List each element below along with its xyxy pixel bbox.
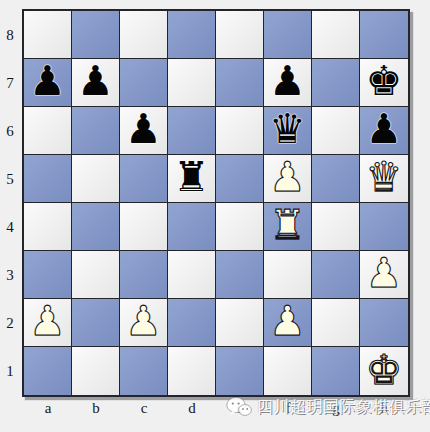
square-a3 [24, 251, 72, 299]
rank-label-4: 4 [0, 203, 20, 251]
white-pawn-piece: ♟ [125, 301, 162, 342]
chess-diagram: 87654321 ♟♟♟♚♟♛♟♜♟♛♜♟♟♟♟♚ abcdefgh 四川超玥国… [0, 0, 430, 432]
square-a4 [24, 203, 72, 251]
square-a2: ♟ [24, 299, 72, 347]
square-d3 [168, 251, 216, 299]
square-f2: ♟ [264, 299, 312, 347]
square-a5 [24, 155, 72, 203]
square-a1 [24, 347, 72, 395]
chess-board: ♟♟♟♚♟♛♟♜♟♛♜♟♟♟♟♚ [22, 9, 410, 397]
square-d7 [168, 59, 216, 107]
square-b1 [72, 347, 120, 395]
square-c4 [120, 203, 168, 251]
square-a7: ♟ [24, 59, 72, 107]
square-e4 [216, 203, 264, 251]
square-e5 [216, 155, 264, 203]
square-d2 [168, 299, 216, 347]
square-d5: ♜ [168, 155, 216, 203]
square-b8 [72, 11, 120, 59]
white-pawn-piece: ♟ [269, 301, 306, 342]
square-d8 [168, 11, 216, 59]
rank-label-5: 5 [0, 155, 20, 203]
square-e2 [216, 299, 264, 347]
rank-label-3: 3 [0, 251, 20, 299]
square-h2 [360, 299, 408, 347]
white-queen-piece: ♛ [366, 157, 403, 198]
black-queen-piece: ♛ [269, 109, 306, 150]
rank-label-8: 8 [0, 11, 20, 59]
square-h7: ♚ [360, 59, 408, 107]
black-pawn-piece: ♟ [29, 61, 66, 102]
file-label-d: d [168, 398, 216, 419]
square-b4 [72, 203, 120, 251]
square-a8 [24, 11, 72, 59]
white-pawn-piece: ♟ [269, 157, 306, 198]
square-d6 [168, 107, 216, 155]
square-h4 [360, 203, 408, 251]
rank-label-1: 1 [0, 347, 20, 395]
file-label-b: b [72, 398, 120, 419]
white-pawn-piece: ♟ [366, 253, 403, 294]
black-pawn-piece: ♟ [366, 109, 403, 150]
white-king-piece: ♚ [366, 350, 403, 391]
square-a6 [24, 107, 72, 155]
rank-labels: 87654321 [0, 11, 20, 395]
black-pawn-piece: ♟ [125, 109, 162, 150]
rank-label-2: 2 [0, 299, 20, 347]
white-pawn-piece: ♟ [29, 301, 66, 342]
square-c8 [120, 11, 168, 59]
square-h3: ♟ [360, 251, 408, 299]
square-f3 [264, 251, 312, 299]
square-e3 [216, 251, 264, 299]
square-b2 [72, 299, 120, 347]
square-c3 [120, 251, 168, 299]
square-g3 [312, 251, 360, 299]
square-g8 [312, 11, 360, 59]
square-f4: ♜ [264, 203, 312, 251]
square-h6: ♟ [360, 107, 408, 155]
black-pawn-piece: ♟ [269, 61, 306, 102]
square-e7 [216, 59, 264, 107]
square-e8 [216, 11, 264, 59]
square-e6 [216, 107, 264, 155]
square-f5: ♟ [264, 155, 312, 203]
square-b6 [72, 107, 120, 155]
square-f6: ♛ [264, 107, 312, 155]
rank-label-7: 7 [0, 59, 20, 107]
square-h8 [360, 11, 408, 59]
square-f1 [264, 347, 312, 395]
black-king-piece: ♚ [366, 61, 403, 102]
watermark-text: 四川超玥国际象棋俱乐部 [257, 397, 430, 418]
square-b7: ♟ [72, 59, 120, 107]
white-rook-piece: ♜ [269, 205, 306, 246]
square-b5 [72, 155, 120, 203]
square-g2 [312, 299, 360, 347]
rank-label-6: 6 [0, 107, 20, 155]
square-f7: ♟ [264, 59, 312, 107]
square-h5: ♛ [360, 155, 408, 203]
black-pawn-piece: ♟ [77, 61, 114, 102]
square-g1 [312, 347, 360, 395]
square-f8 [264, 11, 312, 59]
square-g6 [312, 107, 360, 155]
square-b3 [72, 251, 120, 299]
square-d4 [168, 203, 216, 251]
square-g7 [312, 59, 360, 107]
square-c6: ♟ [120, 107, 168, 155]
square-c7 [120, 59, 168, 107]
square-e1 [216, 347, 264, 395]
square-g4 [312, 203, 360, 251]
square-h1: ♚ [360, 347, 408, 395]
square-c2: ♟ [120, 299, 168, 347]
black-rook-piece: ♜ [173, 157, 210, 198]
square-c1 [120, 347, 168, 395]
square-d1 [168, 347, 216, 395]
watermark: 四川超玥国际象棋俱乐部 [226, 394, 430, 420]
square-c5 [120, 155, 168, 203]
square-g5 [312, 155, 360, 203]
file-label-a: a [24, 398, 72, 419]
wechat-icon [226, 396, 252, 418]
file-label-c: c [120, 398, 168, 419]
